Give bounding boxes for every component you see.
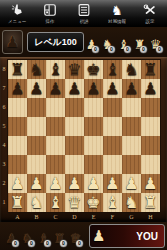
captured-white-queen: ♛0	[148, 31, 163, 53]
game-info-label: 対局情報	[108, 18, 126, 24]
square-h1[interactable]: ♜	[141, 193, 160, 212]
piece-white-bishop[interactable]: ♝	[105, 193, 119, 212]
file-label-a: A	[8, 212, 27, 222]
square-g5[interactable]	[122, 117, 141, 136]
square-b8[interactable]: ♞	[27, 60, 46, 79]
piece-black-pawn[interactable]: ♟	[86, 79, 100, 98]
knight-icon: ♞	[111, 3, 123, 18]
square-h6[interactable]	[141, 98, 160, 117]
square-c1[interactable]: ♝	[46, 193, 65, 212]
square-f8[interactable]: ♝	[103, 60, 122, 79]
captured-count-badge: 0	[156, 46, 163, 53]
square-a5[interactable]	[8, 117, 27, 136]
captured-count-badge: 0	[60, 240, 67, 247]
square-c4[interactable]	[46, 136, 65, 155]
rank-label-3: 3	[0, 155, 8, 174]
piece-white-rook[interactable]: ♜	[143, 193, 157, 212]
piece-white-pawn[interactable]: ♟	[143, 174, 157, 193]
square-c6[interactable]	[46, 98, 65, 117]
square-b6[interactable]	[27, 98, 46, 117]
file-label-e: E	[84, 212, 103, 222]
square-f6[interactable]	[103, 98, 122, 117]
square-b3[interactable]	[27, 155, 46, 174]
square-a8[interactable]: ♜	[8, 60, 27, 79]
captured-white-bishop: ♝0	[116, 31, 131, 53]
square-d3[interactable]	[65, 155, 84, 174]
piece-white-bishop[interactable]: ♝	[48, 193, 62, 212]
square-f5[interactable]	[103, 117, 122, 136]
game-info-button[interactable]: ♞ 対局情報	[100, 0, 133, 26]
square-a6[interactable]	[8, 98, 27, 117]
square-e5[interactable]	[84, 117, 103, 136]
captured-black-knight: ♞0	[20, 225, 35, 247]
you-nameplate: ♟ YOU	[89, 224, 165, 248]
chess-board: 87654321 ♜♞♝♛♚♝♞♜♟♟♟♟♟♟♟♟♟♟♟♟♟♟♟♟♜♞♝♛♚♝♞…	[0, 57, 167, 222]
cpu-name: レベル100	[34, 36, 77, 49]
piece-white-pawn[interactable]: ♟	[124, 174, 138, 193]
square-b7[interactable]: ♟	[27, 79, 46, 98]
captured-count-badge: 0	[28, 240, 35, 247]
captured-white-rook: ♜0	[132, 31, 147, 53]
settings-label: 設定	[146, 18, 155, 24]
square-f7[interactable]: ♟	[103, 79, 122, 98]
piece-black-pawn[interactable]: ♟	[67, 79, 81, 98]
captured-count-badge: 0	[124, 46, 131, 53]
square-h2[interactable]: ♟	[141, 174, 160, 193]
piece-white-rook[interactable]: ♜	[10, 193, 24, 212]
piece-white-pawn[interactable]: ♟	[29, 174, 43, 193]
rank-label-7: 7	[0, 79, 8, 98]
captured-black-queen: ♛0	[68, 225, 83, 247]
list-icon	[77, 3, 91, 18]
captured-white-tray: ♟0♞0♝0♜0♛0	[84, 31, 165, 53]
square-a4[interactable]	[8, 136, 27, 155]
square-e8[interactable]: ♚	[84, 60, 103, 79]
rank-label-6: 6	[0, 98, 8, 117]
file-labels: ABCDEFGH	[8, 212, 160, 222]
black-pawn-avatar-icon: ♟	[6, 35, 19, 50]
file-label-h: H	[141, 212, 160, 222]
piece-white-knight[interactable]: ♞	[29, 193, 43, 212]
file-label-d: D	[65, 212, 84, 222]
menu-label: メニュー	[8, 18, 26, 24]
square-c3[interactable]	[46, 155, 65, 174]
rank-label-8: 8	[0, 60, 8, 79]
operation-button[interactable]: 操作	[33, 0, 66, 26]
piece-black-queen[interactable]: ♛	[67, 60, 81, 79]
square-g6[interactable]	[122, 98, 141, 117]
piece-white-pawn[interactable]: ♟	[10, 174, 24, 193]
square-g7[interactable]: ♟	[122, 79, 141, 98]
piece-black-pawn[interactable]: ♟	[105, 79, 119, 98]
piece-black-bishop[interactable]: ♝	[48, 60, 62, 79]
file-label-g: G	[122, 212, 141, 222]
rank-label-4: 4	[0, 136, 8, 155]
square-d4[interactable]	[65, 136, 84, 155]
piece-white-knight[interactable]: ♞	[124, 193, 138, 212]
square-g8[interactable]: ♞	[122, 60, 141, 79]
captured-count-badge: 0	[44, 240, 51, 247]
piece-black-bishop[interactable]: ♝	[105, 60, 119, 79]
board-squares: ♜♞♝♛♚♝♞♜♟♟♟♟♟♟♟♟♟♟♟♟♟♟♟♟♜♞♝♛♚♝♞♜	[8, 60, 160, 212]
square-a2[interactable]: ♟	[8, 174, 27, 193]
square-a7[interactable]: ♟	[8, 79, 27, 98]
square-h3[interactable]	[141, 155, 160, 174]
square-c5[interactable]	[46, 117, 65, 136]
square-d1[interactable]: ♛	[65, 193, 84, 212]
square-h8[interactable]: ♜	[141, 60, 160, 79]
file-label-c: C	[46, 212, 65, 222]
square-d7[interactable]: ♟	[65, 79, 84, 98]
square-d6[interactable]	[65, 98, 84, 117]
captured-black-bishop: ♝0	[36, 225, 51, 247]
piece-white-king[interactable]: ♚	[86, 193, 100, 212]
file-label-b: B	[27, 212, 46, 222]
piece-black-pawn[interactable]: ♟	[143, 79, 157, 98]
cpu-avatar: ♟	[2, 30, 23, 54]
piece-white-queen[interactable]: ♛	[67, 193, 81, 212]
captured-black-rook: ♜0	[52, 225, 67, 247]
top-player-bar: ♟ レベル100 ♟0♞0♝0♜0♛0	[0, 27, 167, 57]
square-e6[interactable]	[84, 98, 103, 117]
square-e4[interactable]	[84, 136, 103, 155]
piece-white-pawn[interactable]: ♟	[48, 174, 62, 193]
piece-black-pawn[interactable]: ♟	[10, 79, 24, 98]
hand-pointer-icon	[10, 3, 24, 18]
square-f1[interactable]: ♝	[103, 193, 122, 212]
menu-button[interactable]: メニュー	[0, 0, 33, 26]
square-a1[interactable]: ♜	[8, 193, 27, 212]
square-f4[interactable]	[103, 136, 122, 155]
square-e7[interactable]: ♟	[84, 79, 103, 98]
piece-black-knight[interactable]: ♞	[29, 60, 43, 79]
captured-count-badge: 0	[140, 46, 147, 53]
captured-count-badge: 0	[108, 46, 115, 53]
captured-white-pawn: ♟0	[84, 31, 99, 53]
square-b1[interactable]: ♞	[27, 193, 46, 212]
captured-black-tray: ♟0♞0♝0♜0♛0	[4, 225, 85, 247]
piece-black-pawn[interactable]: ♟	[124, 79, 138, 98]
square-b2[interactable]: ♟	[27, 174, 46, 193]
square-g4[interactable]	[122, 136, 141, 155]
square-d8[interactable]: ♛	[65, 60, 84, 79]
rank-labels: 87654321	[0, 60, 8, 212]
settings-button[interactable]: 設定	[134, 0, 167, 26]
square-h7[interactable]: ♟	[141, 79, 160, 98]
captured-count-badge: 0	[12, 240, 19, 247]
you-name: YOU	[136, 231, 158, 242]
moves-button[interactable]: 棋譜	[67, 0, 100, 26]
square-g1[interactable]: ♞	[122, 193, 141, 212]
square-g2[interactable]: ♟	[122, 174, 141, 193]
wrench-icon	[143, 3, 157, 18]
window-icon	[43, 3, 57, 18]
square-c2[interactable]: ♟	[46, 174, 65, 193]
captured-count-badge: 0	[92, 46, 99, 53]
piece-white-pawn[interactable]: ♟	[86, 174, 100, 193]
square-g3[interactable]	[122, 155, 141, 174]
captured-white-knight: ♞0	[100, 31, 115, 53]
piece-white-pawn[interactable]: ♟	[105, 174, 119, 193]
square-c8[interactable]: ♝	[46, 60, 65, 79]
square-f2[interactable]: ♟	[103, 174, 122, 193]
piece-black-knight[interactable]: ♞	[124, 60, 138, 79]
square-e3[interactable]	[84, 155, 103, 174]
square-e1[interactable]: ♚	[84, 193, 103, 212]
square-f3[interactable]	[103, 155, 122, 174]
rank-label-2: 2	[0, 174, 8, 193]
file-label-f: F	[103, 212, 122, 222]
piece-black-rook[interactable]: ♜	[143, 60, 157, 79]
square-a3[interactable]	[8, 155, 27, 174]
piece-black-rook[interactable]: ♜	[10, 60, 24, 79]
piece-black-pawn[interactable]: ♟	[48, 79, 62, 98]
rank-label-1: 1	[0, 193, 8, 212]
captured-count-badge: 0	[76, 240, 83, 247]
square-e2[interactable]: ♟	[84, 174, 103, 193]
captured-black-pawn: ♟0	[4, 225, 19, 247]
piece-black-king[interactable]: ♚	[86, 60, 100, 79]
square-c7[interactable]: ♟	[46, 79, 65, 98]
toolbar: メニュー 操作 棋譜 ♞ 対局情報	[0, 0, 167, 27]
piece-white-pawn[interactable]: ♟	[67, 174, 81, 193]
white-pawn-avatar-icon: ♟	[92, 229, 105, 244]
square-b5[interactable]	[27, 117, 46, 136]
rank-label-5: 5	[0, 117, 8, 136]
operation-label: 操作	[46, 18, 55, 24]
square-d5[interactable]	[65, 117, 84, 136]
bottom-player-bar: ♟0♞0♝0♜0♛0 ♟ YOU	[0, 222, 167, 250]
piece-black-pawn[interactable]: ♟	[29, 79, 43, 98]
square-d2[interactable]: ♟	[65, 174, 84, 193]
square-h4[interactable]	[141, 136, 160, 155]
square-b4[interactable]	[27, 136, 46, 155]
moves-label: 棋譜	[79, 18, 88, 24]
square-h5[interactable]	[141, 117, 160, 136]
cpu-nameplate: レベル100	[27, 32, 84, 52]
